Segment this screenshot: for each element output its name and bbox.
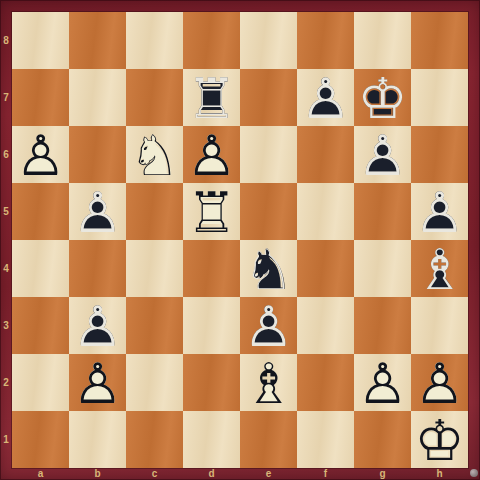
white-pawn-outline: ♙ (183, 126, 240, 183)
square-g1[interactable] (354, 411, 411, 468)
black-king-glyph: ♚ (354, 69, 411, 126)
square-f3[interactable] (297, 297, 354, 354)
square-b5[interactable]: ♟♙ (69, 183, 126, 240)
black-pawn[interactable]: ♟♙ (240, 297, 297, 354)
rank-label-1: 1 (0, 411, 12, 468)
square-b2[interactable]: ♟♙ (69, 354, 126, 411)
square-b1[interactable] (69, 411, 126, 468)
black-bishop-glyph: ♝ (411, 240, 468, 297)
square-d2[interactable] (183, 354, 240, 411)
white-pawn[interactable]: ♟♙ (69, 354, 126, 411)
white-rook-outline: ♖ (183, 183, 240, 240)
square-d7[interactable]: ♜♖ (183, 69, 240, 126)
square-a7[interactable] (12, 69, 69, 126)
square-f5[interactable] (297, 183, 354, 240)
square-g8[interactable] (354, 12, 411, 69)
square-d1[interactable] (183, 411, 240, 468)
black-pawn-glyph: ♟ (69, 297, 126, 354)
black-knight-outline: ♘ (240, 240, 297, 297)
white-bishop-glyph: ♝ (240, 354, 297, 411)
white-pawn[interactable]: ♟♙ (411, 354, 468, 411)
square-a5[interactable] (12, 183, 69, 240)
rank-label-3: 3 (0, 297, 12, 354)
square-d6[interactable]: ♟♙ (183, 126, 240, 183)
white-pawn-outline: ♙ (69, 354, 126, 411)
black-king-outline: ♔ (354, 69, 411, 126)
square-h2[interactable]: ♟♙ (411, 354, 468, 411)
square-c1[interactable] (126, 411, 183, 468)
square-e6[interactable] (240, 126, 297, 183)
chess-board-frame: ♜♖♟♙♚♔♟♙♞♘♟♙♟♙♟♙♜♖♟♙♞♘♝♗♟♙♟♙♟♙♝♗♟♙♟♙♚♔ 8… (0, 0, 480, 480)
square-f2[interactable] (297, 354, 354, 411)
square-g6[interactable]: ♟♙ (354, 126, 411, 183)
square-h1[interactable]: ♚♔ (411, 411, 468, 468)
square-e1[interactable] (240, 411, 297, 468)
square-d3[interactable] (183, 297, 240, 354)
square-a1[interactable] (12, 411, 69, 468)
square-c8[interactable] (126, 12, 183, 69)
square-a6[interactable]: ♟♙ (12, 126, 69, 183)
file-label-c: c (126, 467, 183, 480)
black-pawn[interactable]: ♟♙ (69, 297, 126, 354)
black-pawn-glyph: ♟ (240, 297, 297, 354)
white-rook[interactable]: ♜♖ (183, 183, 240, 240)
white-rook-glyph: ♜ (183, 183, 240, 240)
file-label-a: a (12, 467, 69, 480)
white-king-glyph: ♚ (411, 411, 468, 468)
rank-label-2: 2 (0, 354, 12, 411)
square-e7[interactable] (240, 69, 297, 126)
rank-label-7: 7 (0, 69, 12, 126)
black-pawn-outline: ♙ (69, 297, 126, 354)
square-h4[interactable]: ♝♗ (411, 240, 468, 297)
white-pawn-glyph: ♟ (12, 126, 69, 183)
square-c4[interactable] (126, 240, 183, 297)
square-e5[interactable] (240, 183, 297, 240)
black-pawn-glyph: ♟ (354, 126, 411, 183)
white-pawn[interactable]: ♟♙ (183, 126, 240, 183)
file-label-d: d (183, 467, 240, 480)
white-bishop-outline: ♗ (240, 354, 297, 411)
square-h3[interactable] (411, 297, 468, 354)
square-f1[interactable] (297, 411, 354, 468)
chess-board: ♜♖♟♙♚♔♟♙♞♘♟♙♟♙♟♙♜♖♟♙♞♘♝♗♟♙♟♙♟♙♝♗♟♙♟♙♚♔ (12, 12, 468, 468)
white-pawn-outline: ♙ (12, 126, 69, 183)
black-king[interactable]: ♚♔ (354, 69, 411, 126)
white-pawn[interactable]: ♟♙ (12, 126, 69, 183)
square-h7[interactable] (411, 69, 468, 126)
square-c3[interactable] (126, 297, 183, 354)
rank-label-6: 6 (0, 126, 12, 183)
square-f7[interactable]: ♟♙ (297, 69, 354, 126)
square-g2[interactable]: ♟♙ (354, 354, 411, 411)
square-e3[interactable]: ♟♙ (240, 297, 297, 354)
black-knight-glyph: ♞ (240, 240, 297, 297)
white-pawn-glyph: ♟ (183, 126, 240, 183)
square-c5[interactable] (126, 183, 183, 240)
black-rook-outline: ♖ (183, 69, 240, 126)
frame-corner-dot (470, 469, 478, 477)
square-a3[interactable] (12, 297, 69, 354)
square-e8[interactable] (240, 12, 297, 69)
square-a4[interactable] (12, 240, 69, 297)
square-c2[interactable] (126, 354, 183, 411)
white-knight[interactable]: ♞♘ (126, 126, 183, 183)
black-pawn[interactable]: ♟♙ (297, 69, 354, 126)
file-label-f: f (297, 467, 354, 480)
white-pawn-glyph: ♟ (69, 354, 126, 411)
file-label-g: g (354, 467, 411, 480)
white-pawn-outline: ♙ (411, 354, 468, 411)
white-king[interactable]: ♚♔ (411, 411, 468, 468)
square-b4[interactable] (69, 240, 126, 297)
black-bishop[interactable]: ♝♗ (411, 240, 468, 297)
black-pawn-outline: ♙ (240, 297, 297, 354)
white-pawn-glyph: ♟ (354, 354, 411, 411)
white-pawn-glyph: ♟ (411, 354, 468, 411)
square-c7[interactable] (126, 69, 183, 126)
square-f8[interactable] (297, 12, 354, 69)
file-label-e: e (240, 467, 297, 480)
black-pawn[interactable]: ♟♙ (411, 183, 468, 240)
square-b3[interactable]: ♟♙ (69, 297, 126, 354)
square-b6[interactable] (69, 126, 126, 183)
square-h5[interactable]: ♟♙ (411, 183, 468, 240)
black-pawn-outline: ♙ (69, 183, 126, 240)
black-pawn[interactable]: ♟♙ (69, 183, 126, 240)
square-h6[interactable] (411, 126, 468, 183)
black-pawn-glyph: ♟ (297, 69, 354, 126)
white-pawn-outline: ♙ (354, 354, 411, 411)
square-d5[interactable]: ♜♖ (183, 183, 240, 240)
white-king-outline: ♔ (411, 411, 468, 468)
square-b7[interactable] (69, 69, 126, 126)
black-pawn-outline: ♙ (411, 183, 468, 240)
square-f6[interactable] (297, 126, 354, 183)
black-knight[interactable]: ♞♘ (240, 240, 297, 297)
square-a8[interactable] (12, 12, 69, 69)
black-pawn-glyph: ♟ (411, 183, 468, 240)
white-bishop[interactable]: ♝♗ (240, 354, 297, 411)
black-rook-glyph: ♜ (183, 69, 240, 126)
square-e2[interactable]: ♝♗ (240, 354, 297, 411)
square-b8[interactable] (69, 12, 126, 69)
file-label-h: h (411, 467, 468, 480)
rank-label-8: 8 (0, 12, 12, 69)
square-e4[interactable]: ♞♘ (240, 240, 297, 297)
black-pawn-outline: ♙ (354, 126, 411, 183)
black-pawn-glyph: ♟ (69, 183, 126, 240)
black-pawn[interactable]: ♟♙ (354, 126, 411, 183)
black-pawn-outline: ♙ (297, 69, 354, 126)
black-bishop-outline: ♗ (411, 240, 468, 297)
square-a2[interactable] (12, 354, 69, 411)
white-knight-glyph: ♞ (126, 126, 183, 183)
rank-label-4: 4 (0, 240, 12, 297)
square-f4[interactable] (297, 240, 354, 297)
square-h8[interactable] (411, 12, 468, 69)
rank-label-5: 5 (0, 183, 12, 240)
white-pawn[interactable]: ♟♙ (354, 354, 411, 411)
square-g3[interactable] (354, 297, 411, 354)
black-rook[interactable]: ♜♖ (183, 69, 240, 126)
white-knight-outline: ♘ (126, 126, 183, 183)
square-g5[interactable] (354, 183, 411, 240)
square-g7[interactable]: ♚♔ (354, 69, 411, 126)
square-d4[interactable] (183, 240, 240, 297)
square-g4[interactable] (354, 240, 411, 297)
square-c6[interactable]: ♞♘ (126, 126, 183, 183)
square-d8[interactable] (183, 12, 240, 69)
file-label-b: b (69, 467, 126, 480)
